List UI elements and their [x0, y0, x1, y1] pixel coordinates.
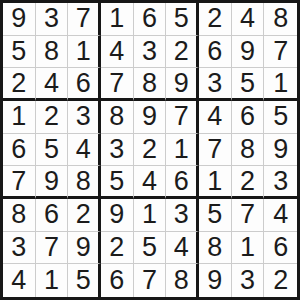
sudoku-cell-r3c5[interactable]: 8 [134, 68, 167, 101]
cell-digit: 2 [207, 5, 222, 32]
sudoku-cell-r5c1[interactable]: 6 [3, 134, 36, 167]
cell-digit: 7 [174, 103, 189, 130]
cell-digit: 5 [44, 136, 59, 163]
sudoku-cell-r4c1[interactable]: 1 [3, 101, 36, 134]
cell-digit: 4 [240, 5, 255, 32]
cell-digit: 5 [142, 234, 157, 261]
cell-digit: 3 [142, 38, 157, 65]
sudoku-cell-r8c6[interactable]: 4 [166, 232, 199, 265]
cell-digit: 7 [44, 234, 59, 261]
cell-digit: 1 [76, 38, 91, 65]
sudoku-cell-r6c4[interactable]: 5 [101, 166, 134, 199]
cell-digit: 2 [174, 38, 189, 65]
sudoku-cell-r5c6[interactable]: 1 [166, 134, 199, 167]
sudoku-cell-r7c2[interactable]: 6 [36, 199, 69, 232]
sudoku-cell-r4c2[interactable]: 2 [36, 101, 69, 134]
sudoku-cell-r2c4[interactable]: 4 [101, 36, 134, 69]
sudoku-board: 9371652485814326972467893511238974656543… [0, 0, 300, 300]
sudoku-cell-r1c7[interactable]: 2 [199, 3, 232, 36]
cell-digit: 4 [207, 103, 222, 130]
cell-digit: 8 [174, 267, 189, 294]
sudoku-cell-r6c1[interactable]: 7 [3, 166, 36, 199]
cell-digit: 6 [76, 70, 91, 97]
sudoku-cell-r8c7[interactable]: 8 [199, 232, 232, 265]
sudoku-cell-r6c3[interactable]: 8 [68, 166, 101, 199]
sudoku-cell-r2c8[interactable]: 9 [232, 36, 265, 69]
sudoku-cell-r8c9[interactable]: 6 [264, 232, 297, 265]
sudoku-cell-r2c5[interactable]: 3 [134, 36, 167, 69]
sudoku-cell-r4c8[interactable]: 6 [232, 101, 265, 134]
cell-digit: 8 [207, 234, 222, 261]
cell-digit: 4 [174, 234, 189, 261]
cell-digit: 6 [11, 136, 26, 163]
cell-digit: 9 [273, 136, 288, 163]
cell-digit: 9 [76, 234, 91, 261]
sudoku-cell-r6c8[interactable]: 2 [232, 166, 265, 199]
cell-digit: 7 [207, 136, 222, 163]
sudoku-cell-r4c3[interactable]: 3 [68, 101, 101, 134]
cell-digit: 3 [44, 5, 59, 32]
sudoku-cell-r1c6[interactable]: 5 [166, 3, 199, 36]
sudoku-cell-r7c5[interactable]: 1 [134, 199, 167, 232]
cell-digit: 4 [76, 136, 91, 163]
cell-digit: 7 [76, 5, 91, 32]
cell-digit: 4 [142, 168, 157, 195]
cell-digit: 2 [142, 136, 157, 163]
cell-digit: 3 [273, 168, 288, 195]
sudoku-cell-r4c9[interactable]: 5 [264, 101, 297, 134]
cell-digit: 5 [109, 168, 124, 195]
sudoku-cell-r9c2[interactable]: 1 [36, 264, 69, 297]
cell-digit: 2 [273, 267, 288, 294]
sudoku-cell-r2c6[interactable]: 2 [166, 36, 199, 69]
sudoku-cell-r5c9[interactable]: 9 [264, 134, 297, 167]
cell-digit: 5 [11, 38, 26, 65]
sudoku-cell-r6c7[interactable]: 1 [199, 166, 232, 199]
cell-digit: 1 [11, 103, 26, 130]
cell-digit: 3 [11, 234, 26, 261]
sudoku-cell-r4c7[interactable]: 4 [199, 101, 232, 134]
sudoku-cell-r2c9[interactable]: 7 [264, 36, 297, 69]
cell-digit: 8 [142, 70, 157, 97]
cell-digit: 6 [109, 267, 124, 294]
sudoku-cell-r1c4[interactable]: 1 [101, 3, 134, 36]
sudoku-cell-r9c3[interactable]: 5 [68, 264, 101, 297]
sudoku-cell-r3c1[interactable]: 2 [3, 68, 36, 101]
cell-digit: 8 [11, 201, 26, 228]
cell-digit: 8 [240, 136, 255, 163]
cell-digit: 6 [207, 38, 222, 65]
sudoku-cell-r5c2[interactable]: 5 [36, 134, 69, 167]
cell-digit: 6 [44, 201, 59, 228]
sudoku-cell-r5c7[interactable]: 7 [199, 134, 232, 167]
sudoku-cell-r2c3[interactable]: 1 [68, 36, 101, 69]
sudoku-cell-r6c9[interactable]: 3 [264, 166, 297, 199]
cell-digit: 1 [207, 168, 222, 195]
sudoku-cell-r3c2[interactable]: 4 [36, 68, 69, 101]
cell-digit: 6 [273, 234, 288, 261]
sudoku-cell-r1c2[interactable]: 3 [36, 3, 69, 36]
cell-digit: 3 [109, 136, 124, 163]
sudoku-cell-r9c5[interactable]: 7 [134, 264, 167, 297]
cell-digit: 7 [142, 267, 157, 294]
sudoku-cell-r3c9[interactable]: 1 [264, 68, 297, 101]
cell-digit: 1 [174, 136, 189, 163]
cell-digit: 7 [109, 70, 124, 97]
sudoku-cell-r9c7[interactable]: 9 [199, 264, 232, 297]
cell-digit: 5 [207, 201, 222, 228]
cell-digit: 7 [240, 201, 255, 228]
cell-digit: 8 [76, 168, 91, 195]
cell-digit: 2 [109, 234, 124, 261]
sudoku-cell-r8c3[interactable]: 9 [68, 232, 101, 265]
sudoku-cell-r4c5[interactable]: 9 [134, 101, 167, 134]
cell-digit: 9 [109, 201, 124, 228]
cell-digit: 4 [109, 38, 124, 65]
cell-digit: 2 [44, 103, 59, 130]
cell-digit: 3 [76, 103, 91, 130]
sudoku-cell-r9c4[interactable]: 6 [101, 264, 134, 297]
sudoku-cell-r5c8[interactable]: 8 [232, 134, 265, 167]
sudoku-cell-r2c2[interactable]: 8 [36, 36, 69, 69]
cell-digit: 3 [174, 201, 189, 228]
sudoku-cell-r3c4[interactable]: 7 [101, 68, 134, 101]
cell-digit: 4 [273, 201, 288, 228]
cell-digit: 1 [273, 70, 288, 97]
cell-digit: 3 [207, 70, 222, 97]
cell-digit: 9 [11, 5, 26, 32]
sudoku-cell-r7c6[interactable]: 3 [166, 199, 199, 232]
cell-digit: 3 [240, 267, 255, 294]
sudoku-cell-r2c1[interactable]: 5 [3, 36, 36, 69]
sudoku-cell-r8c4[interactable]: 2 [101, 232, 134, 265]
sudoku-cell-r9c1[interactable]: 4 [3, 264, 36, 297]
sudoku-cell-r5c5[interactable]: 2 [134, 134, 167, 167]
cell-digit: 2 [240, 168, 255, 195]
sudoku-cell-r6c2[interactable]: 9 [36, 166, 69, 199]
sudoku-cell-r6c6[interactable]: 6 [166, 166, 199, 199]
cell-digit: 9 [142, 103, 157, 130]
sudoku-cell-r3c8[interactable]: 5 [232, 68, 265, 101]
cell-digit: 1 [142, 201, 157, 228]
sudoku-cell-r5c3[interactable]: 4 [68, 134, 101, 167]
cell-digit: 1 [240, 234, 255, 261]
cell-digit: 5 [273, 103, 288, 130]
sudoku-cell-r1c5[interactable]: 6 [134, 3, 167, 36]
sudoku-cell-r7c1[interactable]: 8 [3, 199, 36, 232]
cell-digit: 8 [44, 38, 59, 65]
sudoku-cell-r8c1[interactable]: 3 [3, 232, 36, 265]
cell-digit: 6 [240, 103, 255, 130]
cell-digit: 6 [142, 5, 157, 32]
sudoku-cell-r9c6[interactable]: 8 [166, 264, 199, 297]
sudoku-cell-r5c4[interactable]: 3 [101, 134, 134, 167]
sudoku-cell-r8c2[interactable]: 7 [36, 232, 69, 265]
sudoku-cell-r7c7[interactable]: 5 [199, 199, 232, 232]
cell-digit: 4 [44, 70, 59, 97]
cell-digit: 5 [76, 267, 91, 294]
sudoku-cell-r2c7[interactable]: 6 [199, 36, 232, 69]
sudoku-cell-r4c4[interactable]: 8 [101, 101, 134, 134]
sudoku-cell-r4c6[interactable]: 7 [166, 101, 199, 134]
sudoku-cell-r8c5[interactable]: 5 [134, 232, 167, 265]
sudoku-cell-r6c5[interactable]: 4 [134, 166, 167, 199]
cell-digit: 9 [240, 38, 255, 65]
sudoku-cell-r3c6[interactable]: 9 [166, 68, 199, 101]
sudoku-cell-r1c9[interactable]: 8 [264, 3, 297, 36]
sudoku-cell-r8c8[interactable]: 1 [232, 232, 265, 265]
cell-digit: 9 [174, 70, 189, 97]
cell-digit: 9 [44, 168, 59, 195]
cell-digit: 8 [109, 103, 124, 130]
sudoku-cell-r1c3[interactable]: 7 [68, 3, 101, 36]
sudoku-cell-r9c9[interactable]: 2 [264, 264, 297, 297]
sudoku-cell-r1c8[interactable]: 4 [232, 3, 265, 36]
cell-digit: 9 [207, 267, 222, 294]
sudoku-cell-r7c9[interactable]: 4 [264, 199, 297, 232]
cell-digit: 4 [11, 267, 26, 294]
sudoku-cell-r1c1[interactable]: 9 [3, 3, 36, 36]
cell-digit: 7 [273, 38, 288, 65]
cell-digit: 2 [11, 70, 26, 97]
sudoku-cell-r9c8[interactable]: 3 [232, 264, 265, 297]
sudoku-cell-r3c7[interactable]: 3 [199, 68, 232, 101]
cell-digit: 6 [174, 168, 189, 195]
cell-digit: 7 [11, 168, 26, 195]
cell-digit: 5 [240, 70, 255, 97]
sudoku-cell-r7c3[interactable]: 2 [68, 199, 101, 232]
cell-digit: 1 [44, 267, 59, 294]
cell-digit: 1 [109, 5, 124, 32]
cell-digit: 5 [174, 5, 189, 32]
cell-digit: 2 [76, 201, 91, 228]
sudoku-cell-r7c8[interactable]: 7 [232, 199, 265, 232]
cell-digit: 8 [273, 5, 288, 32]
sudoku-cell-r7c4[interactable]: 9 [101, 199, 134, 232]
sudoku-cell-r3c3[interactable]: 6 [68, 68, 101, 101]
